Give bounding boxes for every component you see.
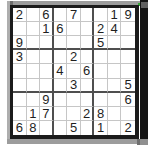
cell-r1c1[interactable]: 2 [13, 8, 27, 22]
cell-r7c2[interactable] [27, 93, 41, 107]
cell-r9c8[interactable] [108, 121, 122, 135]
cell-r2c7[interactable]: 2 [94, 22, 108, 36]
cell-r8c4[interactable] [54, 107, 68, 121]
cell-r2c8[interactable]: 4 [108, 22, 122, 36]
cell-r9c5[interactable]: 5 [67, 121, 81, 135]
cell-r7c6[interactable] [81, 93, 95, 107]
cell-r8c5[interactable] [67, 107, 81, 121]
cell-r7c1[interactable] [13, 93, 27, 107]
cell-r2c1[interactable] [13, 22, 27, 36]
cell-r5c6[interactable]: 6 [81, 64, 95, 78]
cell-r7c9[interactable]: 6 [121, 93, 135, 107]
cell-r3c2[interactable] [27, 36, 41, 50]
cell-r3c6[interactable] [81, 36, 95, 50]
cell-r3c3[interactable] [40, 36, 54, 50]
cell-r5c1[interactable] [13, 64, 27, 78]
cell-r5c7[interactable] [94, 64, 108, 78]
cell-r6c1[interactable] [13, 79, 27, 93]
sudoku-panel: 2671916249532463596172868512 [0, 0, 148, 148]
right-edge-strip [140, 0, 148, 139]
right-edge-bottom [140, 139, 148, 145]
cell-r4c6[interactable] [81, 50, 95, 64]
frame-bottom-bar [7, 139, 145, 144]
cell-r1c8[interactable]: 1 [108, 8, 122, 22]
cell-r3c5[interactable] [67, 36, 81, 50]
cell-r4c8[interactable] [108, 50, 122, 64]
cell-r2c4[interactable]: 6 [54, 22, 68, 36]
cell-r4c9[interactable] [121, 50, 135, 64]
cell-r6c9[interactable]: 5 [121, 79, 135, 93]
cell-r6c2[interactable] [27, 79, 41, 93]
cell-r1c7[interactable] [94, 8, 108, 22]
cell-r6c3[interactable] [40, 79, 54, 93]
cell-r5c3[interactable] [40, 64, 54, 78]
cell-r8c9[interactable] [121, 107, 135, 121]
cell-r7c5[interactable] [67, 93, 81, 107]
cell-r3c4[interactable] [54, 36, 68, 50]
cell-r1c9[interactable]: 9 [121, 8, 135, 22]
cell-r2c3[interactable]: 1 [40, 22, 54, 36]
cell-r7c3[interactable]: 9 [40, 93, 54, 107]
cell-r1c6[interactable] [81, 8, 95, 22]
cell-r3c8[interactable] [108, 36, 122, 50]
cell-r7c4[interactable] [54, 93, 68, 107]
cell-r2c5[interactable] [67, 22, 81, 36]
cell-r6c7[interactable] [94, 79, 108, 93]
cell-r8c1[interactable] [13, 107, 27, 121]
cell-r8c3[interactable]: 7 [40, 107, 54, 121]
cell-r5c4[interactable]: 4 [54, 64, 68, 78]
cell-r4c7[interactable] [94, 50, 108, 64]
cell-r8c8[interactable] [108, 107, 122, 121]
cell-r5c5[interactable] [67, 64, 81, 78]
cell-r8c7[interactable]: 8 [94, 107, 108, 121]
cell-r4c3[interactable] [40, 50, 54, 64]
cell-r9c4[interactable] [54, 121, 68, 135]
cell-r7c8[interactable] [108, 93, 122, 107]
cell-r3c9[interactable] [121, 36, 135, 50]
cell-r8c2[interactable]: 1 [27, 107, 41, 121]
cell-r6c6[interactable] [81, 79, 95, 93]
cell-r3c1[interactable]: 9 [13, 36, 27, 50]
sudoku-board: 2671916249532463596172868512 [10, 5, 139, 139]
cell-r4c1[interactable]: 3 [13, 50, 27, 64]
cell-r6c4[interactable] [54, 79, 68, 93]
cell-r6c5[interactable]: 3 [67, 79, 81, 93]
cell-r4c4[interactable] [54, 50, 68, 64]
cell-r1c4[interactable] [54, 8, 68, 22]
cell-r9c3[interactable] [40, 121, 54, 135]
cell-r8c6[interactable]: 2 [81, 107, 95, 121]
cell-r5c9[interactable] [121, 64, 135, 78]
cell-r5c8[interactable] [108, 64, 122, 78]
cell-r5c2[interactable] [27, 64, 41, 78]
cell-r9c2[interactable]: 8 [27, 121, 41, 135]
cell-r2c9[interactable] [121, 22, 135, 36]
cell-r1c3[interactable]: 6 [40, 8, 54, 22]
cell-r6c8[interactable] [108, 79, 122, 93]
cell-r2c2[interactable] [27, 22, 41, 36]
cell-r1c2[interactable] [27, 8, 41, 22]
cell-r2c6[interactable] [81, 22, 95, 36]
cell-r3c7[interactable]: 5 [94, 36, 108, 50]
cell-r9c7[interactable]: 1 [94, 121, 108, 135]
cell-r4c5[interactable]: 2 [67, 50, 81, 64]
right-edge-notch [141, 2, 148, 8]
cell-r7c7[interactable] [94, 93, 108, 107]
cell-r9c1[interactable]: 6 [13, 121, 27, 135]
cell-r1c5[interactable]: 7 [67, 8, 81, 22]
cell-r4c2[interactable] [27, 50, 41, 64]
cell-r9c9[interactable]: 2 [121, 121, 135, 135]
cell-r9c6[interactable] [81, 121, 95, 135]
